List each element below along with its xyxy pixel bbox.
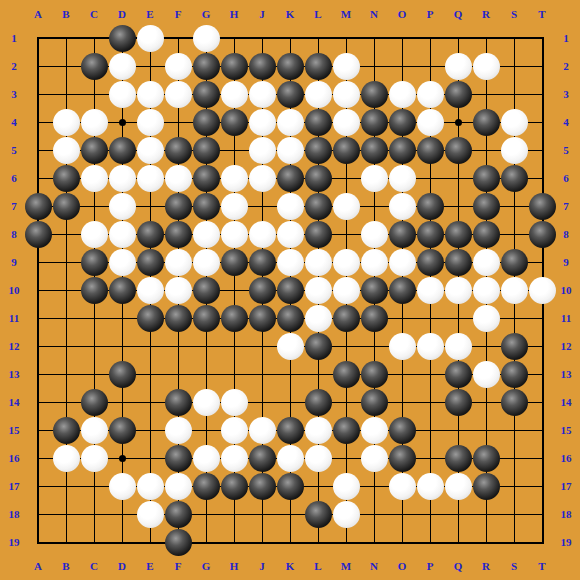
intersection-M14[interactable] (333, 389, 360, 416)
white-stone-G8 (193, 221, 220, 248)
intersection-J1[interactable] (249, 25, 276, 52)
black-stone-D10 (109, 277, 136, 304)
white-stone-S4 (501, 109, 528, 136)
intersection-H19[interactable] (221, 529, 248, 556)
intersection-A13[interactable] (25, 361, 52, 388)
row-label-right-7: 7 (563, 200, 569, 212)
intersection-C11[interactable] (81, 305, 108, 332)
intersection-F1[interactable] (165, 25, 192, 52)
black-stone-G3 (193, 81, 220, 108)
black-stone-N4 (361, 109, 388, 136)
intersection-H10[interactable] (221, 277, 248, 304)
white-stone-M4 (333, 109, 360, 136)
white-stone-B5 (53, 137, 80, 164)
col-label-top-C: C (90, 8, 98, 20)
white-stone-C4 (81, 109, 108, 136)
intersection-A12[interactable] (25, 333, 52, 360)
black-stone-R16 (473, 445, 500, 472)
intersection-A18[interactable] (25, 501, 52, 528)
white-stone-Q17 (445, 473, 472, 500)
intersection-G19[interactable] (193, 529, 220, 556)
intersection-C13[interactable] (81, 361, 108, 388)
black-stone-R17 (473, 473, 500, 500)
white-stone-L11 (305, 305, 332, 332)
intersection-O19[interactable] (389, 529, 416, 556)
row-label-right-1: 1 (563, 32, 569, 44)
intersection-B18[interactable] (53, 501, 80, 528)
intersection-R15[interactable] (473, 417, 500, 444)
intersection-S3[interactable] (501, 81, 528, 108)
black-stone-D1 (109, 25, 136, 52)
intersection-C7[interactable] (81, 193, 108, 220)
intersection-H18[interactable] (221, 501, 248, 528)
intersection-O13[interactable] (389, 361, 416, 388)
intersection-B19[interactable] (53, 529, 80, 556)
intersection-J12[interactable] (249, 333, 276, 360)
col-label-top-L: L (314, 8, 321, 20)
white-stone-C8 (81, 221, 108, 248)
intersection-G15[interactable] (193, 417, 220, 444)
intersection-J14[interactable] (249, 389, 276, 416)
intersection-E2[interactable] (137, 53, 164, 80)
intersection-K1[interactable] (277, 25, 304, 52)
black-stone-O4 (389, 109, 416, 136)
intersection-B11[interactable] (53, 305, 80, 332)
black-stone-N11 (361, 305, 388, 332)
intersection-R1[interactable] (473, 25, 500, 52)
intersection-P13[interactable] (417, 361, 444, 388)
intersection-Q1[interactable] (445, 25, 472, 52)
white-stone-L15 (305, 417, 332, 444)
intersection-B9[interactable] (53, 249, 80, 276)
intersection-T5[interactable] (529, 137, 556, 164)
white-stone-J5 (249, 137, 276, 164)
intersection-D14[interactable] (109, 389, 136, 416)
col-label-bottom-K: K (286, 560, 295, 572)
intersection-M12[interactable] (333, 333, 360, 360)
intersection-Q18[interactable] (445, 501, 472, 528)
white-stone-J8 (249, 221, 276, 248)
black-stone-B15 (53, 417, 80, 444)
black-stone-S12 (501, 333, 528, 360)
intersection-T18[interactable] (529, 501, 556, 528)
black-stone-C10 (81, 277, 108, 304)
intersection-A19[interactable] (25, 529, 52, 556)
intersection-T19[interactable] (529, 529, 556, 556)
intersection-O18[interactable] (389, 501, 416, 528)
intersection-Q4[interactable] (445, 109, 472, 136)
intersection-M1[interactable] (333, 25, 360, 52)
intersection-A5[interactable] (25, 137, 52, 164)
intersection-E13[interactable] (137, 361, 164, 388)
black-stone-R7 (473, 193, 500, 220)
intersection-R14[interactable] (473, 389, 500, 416)
row-label-right-10: 10 (561, 284, 572, 296)
black-stone-D5 (109, 137, 136, 164)
white-stone-F10 (165, 277, 192, 304)
intersection-E16[interactable] (137, 445, 164, 472)
intersection-S18[interactable] (501, 501, 528, 528)
intersection-E14[interactable] (137, 389, 164, 416)
intersection-P6[interactable] (417, 165, 444, 192)
intersection-Q7[interactable] (445, 193, 472, 220)
intersection-M16[interactable] (333, 445, 360, 472)
white-stone-B16 (53, 445, 80, 472)
intersection-L19[interactable] (305, 529, 332, 556)
white-stone-H6 (221, 165, 248, 192)
black-stone-G7 (193, 193, 220, 220)
intersection-T2[interactable] (529, 53, 556, 80)
go-grid (38, 38, 543, 543)
black-stone-H9 (221, 249, 248, 276)
intersection-D12[interactable] (109, 333, 136, 360)
black-stone-T7 (529, 193, 556, 220)
intersection-A2[interactable] (25, 53, 52, 80)
black-stone-F7 (165, 193, 192, 220)
intersection-T11[interactable] (529, 305, 556, 332)
col-label-top-S: S (511, 8, 517, 20)
white-stone-R9 (473, 249, 500, 276)
intersection-B8[interactable] (53, 221, 80, 248)
intersection-C12[interactable] (81, 333, 108, 360)
intersection-T12[interactable] (529, 333, 556, 360)
intersection-T3[interactable] (529, 81, 556, 108)
white-stone-G14 (193, 389, 220, 416)
intersection-S11[interactable] (501, 305, 528, 332)
intersection-O11[interactable] (389, 305, 416, 332)
white-stone-M9 (333, 249, 360, 276)
intersection-B3[interactable] (53, 81, 80, 108)
black-stone-Q14 (445, 389, 472, 416)
black-stone-H11 (221, 305, 248, 332)
intersection-K13[interactable] (277, 361, 304, 388)
intersection-R18[interactable] (473, 501, 500, 528)
white-stone-N6 (361, 165, 388, 192)
intersection-A9[interactable] (25, 249, 52, 276)
white-stone-D9 (109, 249, 136, 276)
row-label-right-2: 2 (563, 60, 569, 72)
intersection-B13[interactable] (53, 361, 80, 388)
black-stone-O10 (389, 277, 416, 304)
intersection-J19[interactable] (249, 529, 276, 556)
intersection-J18[interactable] (249, 501, 276, 528)
intersection-B10[interactable] (53, 277, 80, 304)
intersection-C19[interactable] (81, 529, 108, 556)
white-stone-J15 (249, 417, 276, 444)
white-stone-E4 (137, 109, 164, 136)
black-stone-E11 (137, 305, 164, 332)
row-label-right-12: 12 (561, 340, 572, 352)
intersection-Q15[interactable] (445, 417, 472, 444)
intersection-P2[interactable] (417, 53, 444, 80)
white-stone-E3 (137, 81, 164, 108)
black-stone-E8 (137, 221, 164, 248)
intersection-R3[interactable] (473, 81, 500, 108)
intersection-C3[interactable] (81, 81, 108, 108)
white-stone-D6 (109, 165, 136, 192)
intersection-C18[interactable] (81, 501, 108, 528)
intersection-F4[interactable] (165, 109, 192, 136)
intersection-H13[interactable] (221, 361, 248, 388)
intersection-A4[interactable] (25, 109, 52, 136)
black-stone-D13 (109, 361, 136, 388)
black-stone-L6 (305, 165, 332, 192)
intersection-H1[interactable] (221, 25, 248, 52)
col-label-bottom-P: P (427, 560, 434, 572)
white-stone-M17 (333, 473, 360, 500)
black-stone-N5 (361, 137, 388, 164)
intersection-A16[interactable] (25, 445, 52, 472)
white-stone-M3 (333, 81, 360, 108)
black-stone-O8 (389, 221, 416, 248)
intersection-B17[interactable] (53, 473, 80, 500)
intersection-T4[interactable] (529, 109, 556, 136)
black-stone-M5 (333, 137, 360, 164)
black-stone-S6 (501, 165, 528, 192)
black-stone-J10 (249, 277, 276, 304)
white-stone-L3 (305, 81, 332, 108)
intersection-O14[interactable] (389, 389, 416, 416)
intersection-P11[interactable] (417, 305, 444, 332)
intersection-G12[interactable] (193, 333, 220, 360)
intersection-T15[interactable] (529, 417, 556, 444)
col-label-top-M: M (341, 8, 351, 20)
intersection-Q6[interactable] (445, 165, 472, 192)
intersection-O2[interactable] (389, 53, 416, 80)
white-stone-Q10 (445, 277, 472, 304)
intersection-L17[interactable] (305, 473, 332, 500)
row-label-right-6: 6 (563, 172, 569, 184)
black-stone-E9 (137, 249, 164, 276)
white-stone-N8 (361, 221, 388, 248)
col-label-bottom-R: R (482, 560, 490, 572)
black-stone-L18 (305, 501, 332, 528)
white-stone-F3 (165, 81, 192, 108)
black-stone-P7 (417, 193, 444, 220)
white-stone-L10 (305, 277, 332, 304)
intersection-S17[interactable] (501, 473, 528, 500)
black-stone-L14 (305, 389, 332, 416)
intersection-S19[interactable] (501, 529, 528, 556)
white-stone-R2 (473, 53, 500, 80)
intersection-K19[interactable] (277, 529, 304, 556)
intersection-K18[interactable] (277, 501, 304, 528)
intersection-P1[interactable] (417, 25, 444, 52)
white-stone-D8 (109, 221, 136, 248)
black-stone-K17 (277, 473, 304, 500)
intersection-D18[interactable] (109, 501, 136, 528)
row-label-left-12: 12 (9, 340, 20, 352)
intersection-F12[interactable] (165, 333, 192, 360)
intersection-O1[interactable] (389, 25, 416, 52)
black-stone-G10 (193, 277, 220, 304)
intersection-T1[interactable] (529, 25, 556, 52)
white-stone-O7 (389, 193, 416, 220)
intersection-A11[interactable] (25, 305, 52, 332)
row-label-left-13: 13 (9, 368, 20, 380)
intersection-A6[interactable] (25, 165, 52, 192)
white-stone-P17 (417, 473, 444, 500)
intersection-P14[interactable] (417, 389, 444, 416)
black-stone-Q16 (445, 445, 472, 472)
white-stone-D17 (109, 473, 136, 500)
row-label-left-8: 8 (11, 228, 17, 240)
intersection-N17[interactable] (361, 473, 388, 500)
intersection-N2[interactable] (361, 53, 388, 80)
intersection-C1[interactable] (81, 25, 108, 52)
intersection-D19[interactable] (109, 529, 136, 556)
col-label-top-E: E (146, 8, 153, 20)
row-label-left-2: 2 (11, 60, 17, 72)
intersection-M8[interactable] (333, 221, 360, 248)
black-stone-F11 (165, 305, 192, 332)
intersection-D4[interactable] (109, 109, 136, 136)
black-stone-M11 (333, 305, 360, 332)
white-stone-S5 (501, 137, 528, 164)
intersection-A10[interactable] (25, 277, 52, 304)
intersection-A14[interactable] (25, 389, 52, 416)
intersection-L1[interactable] (305, 25, 332, 52)
intersection-T17[interactable] (529, 473, 556, 500)
intersection-K14[interactable] (277, 389, 304, 416)
white-stone-R11 (473, 305, 500, 332)
col-label-bottom-S: S (511, 560, 517, 572)
white-stone-N15 (361, 417, 388, 444)
intersection-H5[interactable] (221, 137, 248, 164)
black-stone-H4 (221, 109, 248, 136)
white-stone-D3 (109, 81, 136, 108)
intersection-P15[interactable] (417, 417, 444, 444)
intersection-T13[interactable] (529, 361, 556, 388)
black-stone-G5 (193, 137, 220, 164)
intersection-P19[interactable] (417, 529, 444, 556)
black-stone-N3 (361, 81, 388, 108)
white-stone-H3 (221, 81, 248, 108)
white-stone-O12 (389, 333, 416, 360)
white-stone-L16 (305, 445, 332, 472)
intersection-S7[interactable] (501, 193, 528, 220)
intersection-T6[interactable] (529, 165, 556, 192)
intersection-P16[interactable] (417, 445, 444, 472)
white-stone-F2 (165, 53, 192, 80)
intersection-S2[interactable] (501, 53, 528, 80)
white-stone-J3 (249, 81, 276, 108)
black-stone-C14 (81, 389, 108, 416)
intersection-N12[interactable] (361, 333, 388, 360)
intersection-N1[interactable] (361, 25, 388, 52)
intersection-T9[interactable] (529, 249, 556, 276)
intersection-S1[interactable] (501, 25, 528, 52)
white-stone-K16 (277, 445, 304, 472)
row-label-left-7: 7 (11, 200, 17, 212)
col-label-bottom-O: O (398, 560, 407, 572)
intersection-R5[interactable] (473, 137, 500, 164)
intersection-B14[interactable] (53, 389, 80, 416)
intersection-S16[interactable] (501, 445, 528, 472)
intersection-J7[interactable] (249, 193, 276, 220)
intersection-N19[interactable] (361, 529, 388, 556)
intersection-H12[interactable] (221, 333, 248, 360)
intersection-E19[interactable] (137, 529, 164, 556)
black-stone-K6 (277, 165, 304, 192)
intersection-A17[interactable] (25, 473, 52, 500)
black-stone-F19 (165, 529, 192, 556)
intersection-N7[interactable] (361, 193, 388, 220)
white-stone-M18 (333, 501, 360, 528)
intersection-B1[interactable] (53, 25, 80, 52)
intersection-F13[interactable] (165, 361, 192, 388)
black-stone-L8 (305, 221, 332, 248)
intersection-P18[interactable] (417, 501, 444, 528)
black-stone-F5 (165, 137, 192, 164)
white-stone-H15 (221, 417, 248, 444)
white-stone-N16 (361, 445, 388, 472)
intersection-E15[interactable] (137, 417, 164, 444)
intersection-E7[interactable] (137, 193, 164, 220)
white-stone-K5 (277, 137, 304, 164)
black-stone-K11 (277, 305, 304, 332)
intersection-L13[interactable] (305, 361, 332, 388)
row-label-right-17: 17 (561, 480, 572, 492)
intersection-S8[interactable] (501, 221, 528, 248)
row-label-left-17: 17 (9, 480, 20, 492)
black-stone-K10 (277, 277, 304, 304)
white-stone-M10 (333, 277, 360, 304)
white-stone-P12 (417, 333, 444, 360)
intersection-B12[interactable] (53, 333, 80, 360)
intersection-T16[interactable] (529, 445, 556, 472)
white-stone-D2 (109, 53, 136, 80)
go-board: AABBCCDDEEFFGGHHJJKKLLMMNNOOPPQQRRSSTT11… (0, 0, 580, 580)
black-stone-J11 (249, 305, 276, 332)
intersection-R19[interactable] (473, 529, 500, 556)
intersection-A15[interactable] (25, 417, 52, 444)
intersection-G18[interactable] (193, 501, 220, 528)
intersection-Q19[interactable] (445, 529, 472, 556)
intersection-E12[interactable] (137, 333, 164, 360)
black-stone-L12 (305, 333, 332, 360)
intersection-M19[interactable] (333, 529, 360, 556)
col-label-top-P: P (427, 8, 434, 20)
intersection-D11[interactable] (109, 305, 136, 332)
intersection-S15[interactable] (501, 417, 528, 444)
intersection-A1[interactable] (25, 25, 52, 52)
row-label-left-5: 5 (11, 144, 17, 156)
intersection-M6[interactable] (333, 165, 360, 192)
black-stone-B6 (53, 165, 80, 192)
row-label-left-4: 4 (11, 116, 17, 128)
black-stone-G6 (193, 165, 220, 192)
white-stone-F6 (165, 165, 192, 192)
intersection-D16[interactable] (109, 445, 136, 472)
col-label-top-F: F (175, 8, 182, 20)
intersection-G13[interactable] (193, 361, 220, 388)
intersection-Q11[interactable] (445, 305, 472, 332)
intersection-A3[interactable] (25, 81, 52, 108)
black-stone-O5 (389, 137, 416, 164)
intersection-R12[interactable] (473, 333, 500, 360)
intersection-N18[interactable] (361, 501, 388, 528)
intersection-J13[interactable] (249, 361, 276, 388)
row-label-left-6: 6 (11, 172, 17, 184)
black-stone-N10 (361, 277, 388, 304)
row-label-left-15: 15 (9, 424, 20, 436)
intersection-T14[interactable] (529, 389, 556, 416)
white-stone-P3 (417, 81, 444, 108)
intersection-B2[interactable] (53, 53, 80, 80)
col-label-top-J: J (259, 8, 265, 20)
intersection-C17[interactable] (81, 473, 108, 500)
